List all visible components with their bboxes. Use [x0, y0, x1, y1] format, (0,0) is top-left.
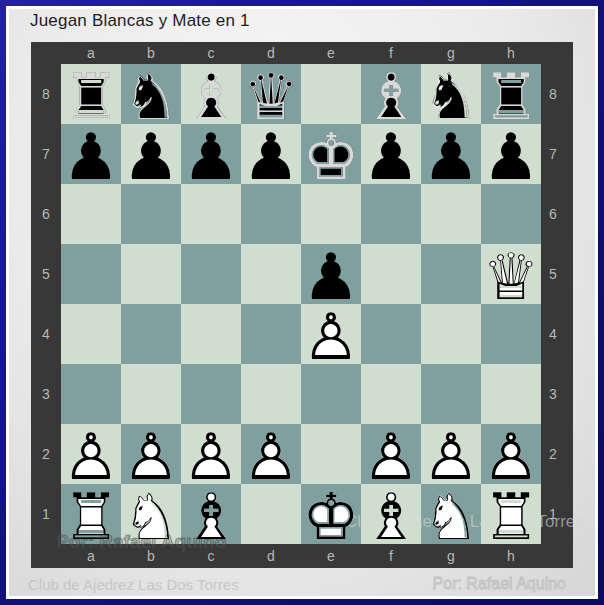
- cell-c7: ♟: [181, 124, 241, 184]
- white-pawn-h2: ♟♙: [481, 424, 541, 484]
- cell-b7: ♟: [121, 124, 181, 184]
- piece-outline: ♙: [421, 427, 481, 487]
- piece-fill: ♟: [121, 127, 181, 187]
- cell-e7: ♚♔: [301, 124, 361, 184]
- white-king-e1: ♚♔: [301, 484, 361, 544]
- cell-d6: [241, 184, 301, 244]
- rank-label-left-1: 1: [31, 484, 61, 544]
- rank-label-right-3: 3: [541, 364, 565, 424]
- piece-detail-lines: ♗: [361, 67, 421, 127]
- black-bishop-f8: ♝♗: [361, 64, 421, 124]
- piece-outline: ♙: [301, 307, 361, 367]
- cell-h6: [481, 184, 541, 244]
- cell-e3: [301, 364, 361, 424]
- white-bishop-c1: ♝♗: [181, 484, 241, 544]
- black-pawn-h7: ♟: [481, 124, 541, 184]
- cell-e4: ♟♙: [301, 304, 361, 364]
- black-rook-h8: ♜♖: [481, 64, 541, 124]
- white-pawn-e4: ♟♙: [301, 304, 361, 364]
- black-pawn-a7: ♟: [61, 124, 121, 184]
- white-pawn-d2: ♟♙: [241, 424, 301, 484]
- cell-g5: [421, 244, 481, 304]
- white-rook-h1: ♜♖: [481, 484, 541, 544]
- file-label-bottom-d: d: [241, 544, 301, 568]
- rank-label-left-4: 4: [31, 304, 61, 364]
- footer-author-text: Por: Rafael Aquino: [433, 575, 566, 593]
- cell-a1: ♜♖: [61, 484, 121, 544]
- white-knight-g1: ♞♘: [421, 484, 481, 544]
- board-pieces: ♜♖♞♘♝♗♛♕♝♗♞♘♜♖♟♟♟♟♚♔♟♟♟♟♛♕♟♙♟♙♟♙♟♙♟♙♟♙♟♙…: [61, 64, 541, 544]
- piece-fill: ♟: [301, 247, 361, 307]
- cell-b1: ♞♘: [121, 484, 181, 544]
- piece-outline: ♕: [481, 247, 541, 307]
- cell-h5: ♛♕: [481, 244, 541, 304]
- piece-detail-lines: ♗: [181, 67, 241, 127]
- piece-outline: ♗: [181, 487, 241, 547]
- white-pawn-a2: ♟♙: [61, 424, 121, 484]
- rank-label-left-8: 8: [31, 64, 61, 124]
- piece-detail-lines: ♖: [481, 67, 541, 127]
- cell-a2: ♟♙: [61, 424, 121, 484]
- cell-e6: [301, 184, 361, 244]
- rank-labels-left: 87654321: [31, 64, 61, 544]
- rank-label-right-2: 2: [541, 424, 565, 484]
- cell-b8: ♞♘: [121, 64, 181, 124]
- cell-c1: ♝♗: [181, 484, 241, 544]
- cell-e1: ♚♔: [301, 484, 361, 544]
- cell-b6: [121, 184, 181, 244]
- black-knight-g8: ♞♘: [421, 64, 481, 124]
- puzzle-title: Juegan Blancas y Mate en 1: [30, 11, 250, 31]
- cell-d4: [241, 304, 301, 364]
- cell-d1: [241, 484, 301, 544]
- cell-a4: [61, 304, 121, 364]
- cell-f1: ♝♗: [361, 484, 421, 544]
- cell-h1: ♜♖: [481, 484, 541, 544]
- cell-c5: [181, 244, 241, 304]
- black-pawn-e5: ♟: [301, 244, 361, 304]
- cell-g2: ♟♙: [421, 424, 481, 484]
- piece-fill: ♟: [481, 127, 541, 187]
- rank-label-right-7: 7: [541, 124, 565, 184]
- cell-f8: ♝♗: [361, 64, 421, 124]
- white-pawn-f2: ♟♙: [361, 424, 421, 484]
- cell-a8: ♜♖: [61, 64, 121, 124]
- piece-outline: ♘: [121, 487, 181, 547]
- white-bishop-f1: ♝♗: [361, 484, 421, 544]
- cell-e2: [301, 424, 361, 484]
- cell-f5: [361, 244, 421, 304]
- piece-fill: ♟: [361, 127, 421, 187]
- black-pawn-f7: ♟: [361, 124, 421, 184]
- rank-labels-right: 87654321: [541, 64, 565, 544]
- black-pawn-c7: ♟: [181, 124, 241, 184]
- piece-outline: ♘: [421, 487, 481, 547]
- white-queen-h5: ♛♕: [481, 244, 541, 304]
- rank-label-right-6: 6: [541, 184, 565, 244]
- cell-h8: ♜♖: [481, 64, 541, 124]
- cell-d8: ♛♕: [241, 64, 301, 124]
- cell-g1: ♞♘: [421, 484, 481, 544]
- piece-outline: ♙: [361, 427, 421, 487]
- cell-a6: [61, 184, 121, 244]
- black-knight-b8: ♞♘: [121, 64, 181, 124]
- piece-outline: ♙: [61, 427, 121, 487]
- cell-e8: [301, 64, 361, 124]
- cell-c2: ♟♙: [181, 424, 241, 484]
- piece-detail-lines: ♘: [421, 67, 481, 127]
- cell-h4: [481, 304, 541, 364]
- cell-f3: [361, 364, 421, 424]
- black-rook-a8: ♜♖: [61, 64, 121, 124]
- cell-f6: [361, 184, 421, 244]
- cell-b3: [121, 364, 181, 424]
- piece-detail-lines: ♘: [121, 67, 181, 127]
- cell-a7: ♟: [61, 124, 121, 184]
- rank-label-left-7: 7: [31, 124, 61, 184]
- cell-b2: ♟♙: [121, 424, 181, 484]
- cell-h2: ♟♙: [481, 424, 541, 484]
- rank-label-right-1: 1: [541, 484, 565, 544]
- black-pawn-g7: ♟: [421, 124, 481, 184]
- white-rook-a1: ♜♖: [61, 484, 121, 544]
- white-pawn-c2: ♟♙: [181, 424, 241, 484]
- cell-c4: [181, 304, 241, 364]
- cell-h3: [481, 364, 541, 424]
- cell-d5: [241, 244, 301, 304]
- cell-d7: ♟: [241, 124, 301, 184]
- cell-b4: [121, 304, 181, 364]
- piece-outline: ♗: [361, 487, 421, 547]
- cell-g4: [421, 304, 481, 364]
- piece-outline: ♙: [241, 427, 301, 487]
- cell-g7: ♟: [421, 124, 481, 184]
- rank-label-left-3: 3: [31, 364, 61, 424]
- cell-e5: ♟: [301, 244, 361, 304]
- cell-a3: [61, 364, 121, 424]
- cell-d3: [241, 364, 301, 424]
- black-pawn-d7: ♟: [241, 124, 301, 184]
- white-pawn-g2: ♟♙: [421, 424, 481, 484]
- piece-detail-lines: ♕: [241, 67, 301, 127]
- cell-b5: [121, 244, 181, 304]
- piece-outline: ♙: [481, 427, 541, 487]
- white-knight-b1: ♞♘: [121, 484, 181, 544]
- cell-h7: ♟: [481, 124, 541, 184]
- black-bishop-c8: ♝♗: [181, 64, 241, 124]
- piece-fill: ♟: [181, 127, 241, 187]
- cell-c3: [181, 364, 241, 424]
- black-king-e7: ♚♔: [301, 124, 361, 184]
- piece-outline: ♙: [181, 427, 241, 487]
- piece-outline: ♔: [301, 487, 361, 547]
- piece-outline: ♖: [481, 487, 541, 547]
- footer-club-text: Club de Ajedrez Las Dos Torres: [28, 576, 239, 593]
- piece-fill: ♟: [61, 127, 121, 187]
- rank-label-left-5: 5: [31, 244, 61, 304]
- piece-detail-lines: ♖: [61, 67, 121, 127]
- black-pawn-b7: ♟: [121, 124, 181, 184]
- piece-detail-lines: ♔: [301, 127, 361, 187]
- cell-g8: ♞♘: [421, 64, 481, 124]
- rank-label-right-8: 8: [541, 64, 565, 124]
- piece-outline: ♖: [61, 487, 121, 547]
- cell-g3: [421, 364, 481, 424]
- cell-g6: [421, 184, 481, 244]
- white-pawn-b2: ♟♙: [121, 424, 181, 484]
- rank-label-left-6: 6: [31, 184, 61, 244]
- rank-label-right-5: 5: [541, 244, 565, 304]
- cell-f7: ♟: [361, 124, 421, 184]
- cell-c6: [181, 184, 241, 244]
- rank-label-right-4: 4: [541, 304, 565, 364]
- chess-board: abcdefgh 87654321 87654321 abcdefgh Club…: [31, 42, 573, 568]
- piece-fill: ♟: [421, 127, 481, 187]
- black-queen-d8: ♛♕: [241, 64, 301, 124]
- file-label-top-e: e: [301, 42, 361, 64]
- rank-label-left-2: 2: [31, 424, 61, 484]
- cell-f2: ♟♙: [361, 424, 421, 484]
- cell-f4: [361, 304, 421, 364]
- cell-d2: ♟♙: [241, 424, 301, 484]
- cell-a5: [61, 244, 121, 304]
- piece-fill: ♟: [241, 127, 301, 187]
- piece-outline: ♙: [121, 427, 181, 487]
- cell-c8: ♝♗: [181, 64, 241, 124]
